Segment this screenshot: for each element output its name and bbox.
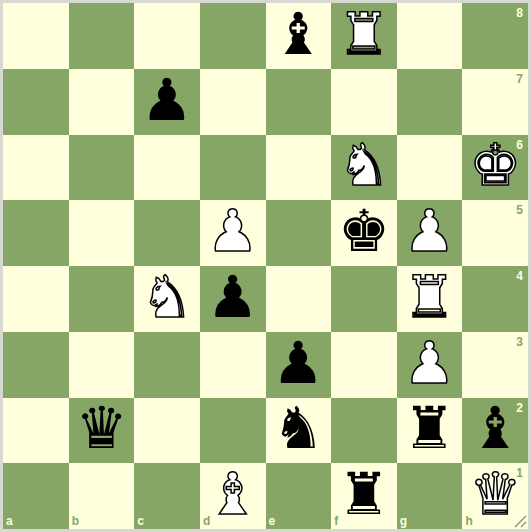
square-a1[interactable]: a	[3, 463, 69, 529]
square-g6[interactable]	[397, 135, 463, 201]
board-resize-handle-icon[interactable]	[514, 515, 527, 528]
square-f6[interactable]: ♞	[331, 135, 397, 201]
square-c6[interactable]	[134, 135, 200, 201]
rank-label-8: 8	[516, 7, 523, 19]
square-h6[interactable]: ♚6	[462, 135, 528, 201]
rank-label-7: 7	[516, 73, 523, 85]
piece-black-bishop[interactable]: ♝	[272, 5, 324, 63]
square-e6[interactable]	[266, 135, 332, 201]
square-d1[interactable]: ♝d	[200, 463, 266, 529]
piece-white-king[interactable]: ♚	[469, 136, 521, 194]
file-label-e: e	[269, 515, 276, 527]
chess-board[interactable]: ♝♜8♟7♞♚6♟♚♟5♞♟♜4♟♟3♛♞♜♝2abc♝de♜fg♛1h	[3, 3, 528, 529]
square-f1[interactable]: ♜f	[331, 463, 397, 529]
square-c3[interactable]	[134, 332, 200, 398]
piece-black-bishop[interactable]: ♝	[469, 399, 521, 457]
rank-label-3: 3	[516, 336, 523, 348]
square-e2[interactable]: ♞	[266, 398, 332, 464]
square-e1[interactable]: e	[266, 463, 332, 529]
square-e3[interactable]: ♟	[266, 332, 332, 398]
square-b7[interactable]	[69, 69, 135, 135]
square-g2[interactable]: ♜	[397, 398, 463, 464]
square-d5[interactable]: ♟	[200, 200, 266, 266]
square-e8[interactable]: ♝	[266, 3, 332, 69]
square-d2[interactable]	[200, 398, 266, 464]
file-label-a: a	[6, 515, 13, 527]
board-frame: ♝♜8♟7♞♚6♟♚♟5♞♟♜4♟♟3♛♞♜♝2abc♝de♜fg♛1h	[0, 0, 531, 532]
piece-white-rook[interactable]: ♜	[338, 5, 390, 63]
piece-black-pawn[interactable]: ♟	[141, 71, 193, 129]
square-a7[interactable]	[3, 69, 69, 135]
square-c2[interactable]	[134, 398, 200, 464]
piece-white-pawn[interactable]: ♟	[404, 334, 456, 392]
square-h8[interactable]: 8	[462, 3, 528, 69]
square-d4[interactable]: ♟	[200, 266, 266, 332]
square-g7[interactable]	[397, 69, 463, 135]
piece-black-queen[interactable]: ♛	[75, 399, 127, 457]
square-h2[interactable]: ♝2	[462, 398, 528, 464]
piece-white-pawn[interactable]: ♟	[404, 202, 456, 260]
piece-white-knight[interactable]: ♞	[141, 268, 193, 326]
square-d8[interactable]	[200, 3, 266, 69]
square-b5[interactable]	[69, 200, 135, 266]
square-f7[interactable]	[331, 69, 397, 135]
square-h3[interactable]: 3	[462, 332, 528, 398]
file-label-g: g	[400, 515, 407, 527]
square-b4[interactable]	[69, 266, 135, 332]
square-h4[interactable]: 4	[462, 266, 528, 332]
square-c1[interactable]: c	[134, 463, 200, 529]
square-a2[interactable]	[3, 398, 69, 464]
square-e7[interactable]	[266, 69, 332, 135]
square-f8[interactable]: ♜	[331, 3, 397, 69]
piece-black-rook[interactable]: ♜	[338, 465, 390, 523]
square-h5[interactable]: 5	[462, 200, 528, 266]
piece-white-bishop[interactable]: ♝	[207, 465, 259, 523]
square-c4[interactable]: ♞	[134, 266, 200, 332]
square-a4[interactable]	[3, 266, 69, 332]
rank-label-5: 5	[516, 204, 523, 216]
square-f3[interactable]	[331, 332, 397, 398]
square-g1[interactable]: g	[397, 463, 463, 529]
square-a6[interactable]	[3, 135, 69, 201]
square-f4[interactable]	[331, 266, 397, 332]
square-a3[interactable]	[3, 332, 69, 398]
square-b6[interactable]	[69, 135, 135, 201]
square-g4[interactable]: ♜	[397, 266, 463, 332]
piece-white-knight[interactable]: ♞	[338, 136, 390, 194]
square-g5[interactable]: ♟	[397, 200, 463, 266]
piece-black-pawn[interactable]: ♟	[207, 268, 259, 326]
file-label-b: b	[72, 515, 79, 527]
square-b2[interactable]: ♛	[69, 398, 135, 464]
square-b8[interactable]	[69, 3, 135, 69]
square-d3[interactable]	[200, 332, 266, 398]
square-g8[interactable]	[397, 3, 463, 69]
piece-white-pawn[interactable]: ♟	[207, 202, 259, 260]
square-e4[interactable]	[266, 266, 332, 332]
square-a5[interactable]	[3, 200, 69, 266]
square-d7[interactable]	[200, 69, 266, 135]
square-g3[interactable]: ♟	[397, 332, 463, 398]
square-a8[interactable]	[3, 3, 69, 69]
piece-white-rook[interactable]: ♜	[404, 268, 456, 326]
square-h7[interactable]: 7	[462, 69, 528, 135]
rank-label-4: 4	[516, 270, 523, 282]
square-c8[interactable]	[134, 3, 200, 69]
square-c5[interactable]	[134, 200, 200, 266]
square-b1[interactable]: b	[69, 463, 135, 529]
square-f5[interactable]: ♚	[331, 200, 397, 266]
file-label-c: c	[137, 515, 144, 527]
square-f2[interactable]	[331, 398, 397, 464]
square-d6[interactable]	[200, 135, 266, 201]
square-c7[interactable]: ♟	[134, 69, 200, 135]
square-b3[interactable]	[69, 332, 135, 398]
piece-black-knight[interactable]: ♞	[272, 399, 324, 457]
piece-black-rook[interactable]: ♜	[404, 399, 456, 457]
piece-black-pawn[interactable]: ♟	[272, 334, 324, 392]
piece-black-king[interactable]: ♚	[338, 202, 390, 260]
square-e5[interactable]	[266, 200, 332, 266]
